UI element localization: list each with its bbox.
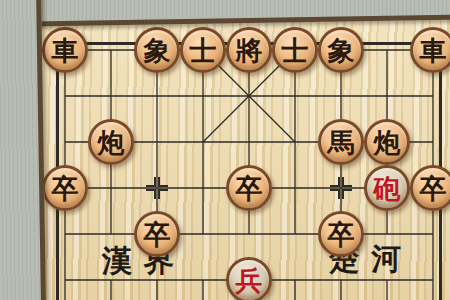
marker-corner-tl — [330, 177, 340, 187]
black-soldier[interactable]: 卒 — [42, 165, 88, 211]
marker-corner-bl — [330, 189, 340, 199]
black-horse[interactable]: 馬 — [318, 119, 364, 165]
red-cannon[interactable]: 砲 — [364, 165, 410, 211]
black-soldier[interactable]: 卒 — [134, 211, 180, 257]
marker-corner-tl — [146, 177, 156, 187]
background-wall-left — [0, 0, 46, 300]
black-general[interactable]: 將 — [226, 27, 272, 73]
black-soldier[interactable]: 卒 — [226, 165, 272, 211]
point-marker — [329, 176, 353, 200]
black-soldier[interactable]: 卒 — [318, 211, 364, 257]
black-chariot[interactable]: 車 — [42, 27, 88, 73]
xiangqi-scene: 漢界 楚河 車象士將士象車炮馬炮卒卒砲卒卒卒兵 — [0, 0, 450, 300]
black-cannon[interactable]: 炮 — [88, 119, 134, 165]
marker-corner-br — [342, 189, 352, 199]
black-elephant[interactable]: 象 — [318, 27, 364, 73]
marker-corner-tr — [158, 177, 168, 187]
black-advisor[interactable]: 士 — [272, 27, 318, 73]
black-soldier[interactable]: 卒 — [410, 165, 450, 211]
red-soldier[interactable]: 兵 — [226, 257, 272, 300]
black-chariot[interactable]: 車 — [410, 27, 450, 73]
marker-corner-tr — [342, 177, 352, 187]
marker-corner-bl — [146, 189, 156, 199]
marker-corner-br — [158, 189, 168, 199]
black-elephant[interactable]: 象 — [134, 27, 180, 73]
black-cannon[interactable]: 炮 — [364, 119, 410, 165]
point-marker — [145, 176, 169, 200]
black-advisor[interactable]: 士 — [180, 27, 226, 73]
